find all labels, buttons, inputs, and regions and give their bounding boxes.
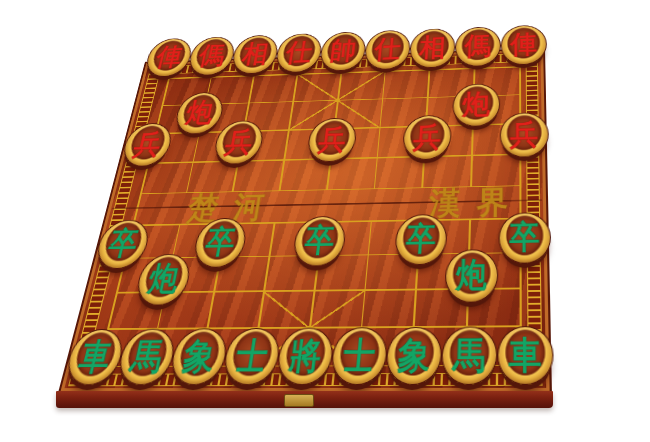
piece-character: 俥 [154,45,185,70]
piece-character: 炮 [455,258,487,292]
piece-character: 帥 [329,38,358,64]
piece-character: 馬 [128,339,166,375]
piece-character: 仕 [284,40,313,66]
piece-character: 傌 [197,43,227,68]
piece-character: 士 [234,338,270,375]
photo-canvas: 楚河 漢界 俥傌相仕帥仕相傌俥炮炮兵兵兵兵兵卒卒卒卒卒炮炮車馬象士將士象馬車 [0,0,650,442]
piece-character: 相 [240,41,270,66]
piece-character: 兵 [223,128,255,156]
piece-character: 傌 [464,33,491,59]
piece-character: 卒 [303,224,336,256]
brass-latch [284,394,314,407]
piece-character: 炮 [146,263,182,296]
piece-character: 炮 [184,99,216,126]
piece-character: 俥 [510,32,537,58]
piece-character: 兵 [317,125,348,154]
piece-character: 車 [76,339,115,375]
piece-character: 仕 [373,37,401,63]
piece-character: 車 [509,336,542,374]
piece-character: 兵 [412,123,442,152]
piece-character: 卒 [509,221,540,254]
xiangqi-board[interactable]: 楚河 漢界 俥傌相仕帥仕相傌俥炮炮兵兵兵兵兵卒卒卒卒卒炮炮車馬象士將士象馬車 [58,48,552,393]
piece-character: 卒 [105,228,141,260]
piece-character: 卒 [203,226,237,258]
piece-character: 炮 [462,91,490,119]
piece-character: 將 [287,338,323,375]
piece-character: 馬 [452,337,485,374]
piece-character: 兵 [131,131,164,159]
piece-character: 卒 [405,223,437,256]
piece-green-soldier[interactable]: 卒 [498,212,551,264]
piece-character: 兵 [510,120,539,149]
piece-green-rook[interactable]: 車 [497,326,554,385]
piece-character: 相 [419,35,447,61]
piece-character: 象 [397,337,431,374]
piece-red-soldier[interactable]: 兵 [499,112,549,158]
piece-red-rook[interactable]: 俥 [500,24,547,65]
piece-character: 士 [342,337,377,374]
piece-character: 象 [180,338,217,374]
box-side-panel [56,391,553,408]
